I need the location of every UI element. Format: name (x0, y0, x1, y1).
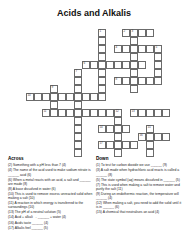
grid-cell[interactable] (122, 77, 130, 85)
grid-gap (90, 125, 98, 133)
grid-gap (114, 69, 122, 77)
grid-cell[interactable] (138, 61, 146, 69)
grid-gap (42, 85, 50, 93)
crossword-grid: 1234567891011121314151617 (26, 29, 170, 157)
grid-gap (130, 117, 138, 125)
grid-gap (26, 45, 34, 53)
grid-gap (26, 109, 34, 117)
grid-cell[interactable] (154, 53, 162, 61)
grid-cell[interactable] (154, 77, 162, 85)
grid-gap (50, 61, 58, 69)
grid-gap (50, 141, 58, 149)
grid-gap (34, 53, 42, 61)
cell-number: 10 (27, 94, 30, 97)
grid-gap (66, 29, 74, 37)
grid-cell[interactable] (162, 133, 170, 141)
clue-item: (2) Something with a pH less than 7 (4) (8, 163, 93, 167)
clue-item: (9) During an endothermic reaction, the … (96, 192, 184, 200)
grid-cell[interactable] (98, 37, 106, 45)
grid-cell[interactable] (74, 101, 82, 109)
grid-cell[interactable]: 15 (146, 125, 154, 133)
grid-cell[interactable]: 17 (98, 141, 106, 149)
grid-gap (26, 133, 34, 141)
grid-gap (26, 101, 34, 109)
cell-number: 5 (155, 46, 157, 49)
grid-gap (58, 53, 66, 61)
grid-gap (162, 61, 170, 69)
grid-gap (90, 133, 98, 141)
grid-gap (162, 77, 170, 85)
grid-gap (58, 101, 66, 109)
grid-gap (26, 29, 34, 37)
grid-cell[interactable]: 10 (26, 93, 34, 101)
grid-gap (66, 85, 74, 93)
grid-gap (58, 77, 66, 85)
grid-gap (82, 125, 90, 133)
clue-item: (10) This is used to remove excess unrea… (8, 192, 93, 200)
grid-gap (154, 101, 162, 109)
grid-gap (106, 133, 114, 141)
grid-gap (34, 77, 42, 85)
grid-gap (42, 101, 50, 109)
grid-cell[interactable] (114, 61, 122, 69)
grid-cell[interactable] (74, 133, 82, 141)
grid-gap (138, 69, 146, 77)
grid-gap (26, 53, 34, 61)
cell-number: 4 (115, 46, 117, 49)
grid-cell[interactable]: 4 (114, 45, 122, 53)
grid-gap (138, 53, 146, 61)
grid-cell[interactable] (98, 69, 106, 77)
grid-cell[interactable] (106, 141, 114, 149)
clue-item: (5) The state symbol (aq) means dissolve… (96, 178, 184, 182)
grid-gap (138, 37, 146, 45)
grid-gap (50, 53, 58, 61)
grid-cell[interactable] (98, 45, 106, 53)
grid-gap (34, 109, 42, 117)
grid-gap (82, 117, 90, 125)
grid-gap (90, 77, 98, 85)
grid-cell[interactable]: 13 (130, 109, 138, 117)
grid-gap (162, 101, 170, 109)
grid-gap (34, 37, 42, 45)
grid-gap (138, 93, 146, 101)
grid-gap (66, 101, 74, 109)
grid-gap (114, 29, 122, 37)
grid-cell[interactable] (130, 69, 138, 77)
grid-gap (98, 101, 106, 109)
grid-gap (130, 101, 138, 109)
grid-gap (162, 69, 170, 77)
grid-gap (26, 69, 34, 77)
clue-item: (14) Acid + alkali → ______ + water (4) (8, 215, 93, 219)
grid-gap (26, 117, 34, 125)
grid-gap (82, 37, 90, 45)
clue-item: (17) Alkalis feel ______ (5) (8, 226, 93, 230)
grid-gap (42, 77, 50, 85)
grid-cell[interactable] (130, 61, 138, 69)
cell-number: 3 (131, 30, 133, 33)
grid-cell[interactable] (162, 109, 170, 117)
grid-cell[interactable] (138, 109, 146, 117)
grid-cell[interactable] (98, 109, 106, 117)
grid-gap (58, 45, 66, 53)
grid-gap (42, 141, 50, 149)
grid-gap (162, 93, 170, 101)
grid-gap (98, 133, 106, 141)
grid-gap (114, 101, 122, 109)
grid-cell[interactable] (130, 77, 138, 85)
grid-gap (154, 93, 162, 101)
grid-cell[interactable] (106, 125, 114, 133)
grid-cell[interactable] (138, 29, 146, 37)
grid-gap (50, 133, 58, 141)
grid-gap (114, 53, 122, 61)
grid-cell[interactable] (146, 29, 154, 37)
grid-gap (162, 37, 170, 45)
across-clues-section: Across (2) Something with a pH less than… (8, 156, 93, 231)
grid-cell[interactable] (90, 93, 98, 101)
grid-gap (138, 85, 146, 93)
grid-gap (82, 133, 90, 141)
grid-gap (106, 85, 114, 93)
grid-gap (42, 61, 50, 69)
grid-gap (26, 77, 34, 85)
grid-gap (42, 29, 50, 37)
grid-gap (50, 45, 58, 53)
grid-gap (106, 45, 114, 53)
grid-gap (34, 141, 42, 149)
grid-cell[interactable] (58, 93, 66, 101)
grid-cell[interactable] (90, 109, 98, 117)
grid-gap (34, 45, 42, 53)
grid-gap (154, 85, 162, 93)
grid-gap (26, 141, 34, 149)
grid-gap (50, 69, 58, 77)
grid-cell[interactable]: 11 (42, 109, 50, 117)
grid-gap (106, 77, 114, 85)
grid-gap (82, 85, 90, 93)
cell-number: 9 (51, 86, 53, 89)
grid-gap (106, 69, 114, 77)
grid-gap (106, 117, 114, 125)
grid-gap (58, 85, 66, 93)
grid-gap (162, 53, 170, 61)
grid-gap (82, 45, 90, 53)
grid-gap (50, 125, 58, 133)
grid-cell[interactable] (74, 85, 82, 93)
grid-gap (50, 29, 58, 37)
grid-cell[interactable] (50, 93, 58, 101)
grid-cell[interactable] (130, 141, 138, 149)
grid-cell[interactable] (130, 53, 138, 61)
grid-gap (146, 61, 154, 69)
grid-gap (66, 133, 74, 141)
grid-gap (122, 69, 130, 77)
grid-gap (130, 133, 138, 141)
clue-item: (13) The pH of a neutral solution (5) (8, 210, 93, 214)
cell-number: 11 (43, 110, 46, 113)
grid-gap (154, 37, 162, 45)
grid-gap (26, 37, 34, 45)
grid-cell[interactable]: 16 (138, 133, 146, 141)
cell-number: 7 (75, 70, 77, 73)
grid-cell[interactable]: 1 (98, 29, 106, 37)
clue-item: (16) Acids taste ______ (4) (8, 221, 93, 225)
grid-cell[interactable] (146, 109, 154, 117)
grid-gap (162, 85, 170, 93)
grid-cell[interactable] (146, 141, 154, 149)
grid-gap (90, 101, 98, 109)
grid-gap (82, 101, 90, 109)
grid-cell[interactable] (114, 133, 122, 141)
grid-cell[interactable] (74, 141, 82, 149)
grid-gap (58, 29, 66, 37)
grid-gap (162, 29, 170, 37)
grid-gap (34, 125, 42, 133)
grid-gap (90, 141, 98, 149)
grid-cell[interactable] (98, 85, 106, 93)
grid-gap (42, 53, 50, 61)
grid-cell[interactable] (66, 109, 74, 117)
grid-gap (58, 117, 66, 125)
grid-cell[interactable] (154, 133, 162, 141)
clue-item: (4) The name of the acid used to make so… (8, 168, 93, 176)
clue-item: (3) A salt made when hydrochloric acid r… (96, 168, 184, 176)
grid-cell[interactable] (138, 45, 146, 53)
grid-gap (122, 117, 130, 125)
grid-gap (74, 61, 82, 69)
grid-cell[interactable]: 12 (114, 109, 122, 117)
grid-gap (34, 69, 42, 77)
grid-gap (42, 117, 50, 125)
grid-cell[interactable] (106, 61, 114, 69)
grid-gap (106, 101, 114, 109)
grid-cell[interactable] (50, 109, 58, 117)
page-title: Acids and Alkalis (0, 8, 188, 18)
grid-gap (138, 125, 146, 133)
grid-gap (146, 101, 154, 109)
grid-gap (122, 133, 130, 141)
clue-item: (7) This is used when making a salt to r… (96, 183, 184, 191)
grid-gap (82, 141, 90, 149)
clue-item: (1) To test for carbon dioxide we use __… (96, 163, 184, 167)
grid-cell[interactable] (154, 109, 162, 117)
grid-gap (90, 69, 98, 77)
down-clues-section: Down (1) To test for carbon dioxide we u… (96, 156, 184, 215)
grid-cell[interactable] (74, 93, 82, 101)
across-clue-list: (2) Something with a pH less than 7 (4)(… (8, 163, 93, 229)
grid-gap (146, 93, 154, 101)
grid-gap (74, 29, 82, 37)
grid-gap (82, 69, 90, 77)
grid-cell[interactable] (138, 77, 146, 85)
grid-gap (26, 85, 34, 93)
grid-cell[interactable] (146, 133, 154, 141)
grid-gap (106, 93, 114, 101)
grid-gap (122, 53, 130, 61)
cell-number: 12 (115, 110, 118, 113)
grid-gap (106, 29, 114, 37)
grid-gap (162, 117, 170, 125)
grid-gap (34, 85, 42, 93)
grid-gap (66, 117, 74, 125)
grid-gap (162, 45, 170, 53)
grid-gap (90, 117, 98, 125)
grid-gap (42, 69, 50, 77)
grid-cell[interactable]: 5 (154, 45, 162, 53)
cell-number: 16 (139, 134, 142, 137)
crossword-page: Acids and Alkalis 1234567891011121314151… (0, 0, 188, 243)
grid-gap (58, 37, 66, 45)
clue-item: (15) A chemical that neutralises an acid… (96, 210, 184, 214)
grid-cell[interactable] (42, 93, 50, 101)
grid-cell[interactable] (34, 93, 42, 101)
grid-gap (66, 125, 74, 133)
cell-number: 17 (99, 142, 102, 145)
grid-gap (34, 133, 42, 141)
grid-gap (90, 85, 98, 93)
grid-gap (50, 77, 58, 85)
grid-cell[interactable] (146, 77, 154, 85)
grid-gap (146, 69, 154, 77)
grid-cell[interactable] (114, 125, 122, 133)
grid-gap (122, 85, 130, 93)
grid-gap (82, 53, 90, 61)
grid-gap (66, 77, 74, 85)
grid-gap (58, 133, 66, 141)
grid-cell[interactable] (82, 93, 90, 101)
cell-number: 1 (99, 30, 101, 33)
grid-cell[interactable] (98, 61, 106, 69)
grid-gap (66, 69, 74, 77)
grid-gap (122, 109, 130, 117)
grid-cell[interactable]: 14 (98, 125, 106, 133)
grid-cell[interactable] (106, 109, 114, 117)
grid-cell[interactable]: 6 (82, 61, 90, 69)
grid-gap (90, 37, 98, 45)
cell-number: 6 (83, 62, 85, 65)
grid-gap (66, 37, 74, 45)
grid-gap (66, 141, 74, 149)
grid-gap (66, 53, 74, 61)
grid-gap (154, 125, 162, 133)
grid-cell[interactable]: 9 (50, 85, 58, 93)
grid-gap (82, 77, 90, 85)
grid-cell[interactable] (122, 61, 130, 69)
grid-gap (42, 125, 50, 133)
grid-gap (114, 93, 122, 101)
cell-number: 13 (131, 110, 134, 113)
grid-gap (90, 53, 98, 61)
grid-gap (90, 29, 98, 37)
grid-gap (58, 69, 66, 77)
grid-gap (130, 125, 138, 133)
grid-gap (138, 117, 146, 125)
clue-item: (6) When a metal reacts with an acid, a … (8, 178, 93, 186)
grid-cell[interactable] (98, 93, 106, 101)
grid-gap (130, 93, 138, 101)
grid-cell[interactable]: 8 (114, 77, 122, 85)
down-header: Down (96, 156, 184, 162)
grid-gap (58, 141, 66, 149)
clue-item: (11) A reaction in which energy is trans… (8, 201, 93, 209)
grid-cell[interactable] (50, 101, 58, 109)
cell-number: 8 (115, 78, 117, 81)
grid-cell[interactable] (122, 141, 130, 149)
grid-cell[interactable] (74, 77, 82, 85)
grid-gap (74, 37, 82, 45)
grid-gap (98, 117, 106, 125)
grid-cell[interactable] (74, 125, 82, 133)
grid-gap (74, 53, 82, 61)
across-header: Across (8, 156, 93, 162)
grid-gap (58, 125, 66, 133)
grid-cell[interactable] (122, 45, 130, 53)
grid-gap (106, 37, 114, 45)
grid-cell[interactable] (82, 109, 90, 117)
grid-cell[interactable] (154, 61, 162, 69)
grid-gap (90, 45, 98, 53)
clue-item: (12) When making a salt, you need to add… (96, 201, 184, 209)
grid-cell[interactable] (90, 61, 98, 69)
grid-cell[interactable] (146, 45, 154, 53)
grid-cell[interactable] (154, 69, 162, 77)
grid-cell[interactable] (114, 141, 122, 149)
grid-cell[interactable]: 3 (130, 29, 138, 37)
grid-cell[interactable] (74, 109, 82, 117)
grid-gap (122, 93, 130, 101)
grid-cell[interactable] (74, 117, 82, 125)
grid-gap (154, 141, 162, 149)
grid-gap (162, 141, 170, 149)
grid-gap (162, 125, 170, 133)
grid-cell[interactable] (98, 77, 106, 85)
grid-cell[interactable]: 2 (122, 29, 130, 37)
grid-cell[interactable] (66, 93, 74, 101)
grid-gap (146, 37, 154, 45)
grid-gap (66, 61, 74, 69)
grid-gap (146, 85, 154, 93)
cell-number: 15 (147, 126, 150, 129)
grid-gap (26, 125, 34, 133)
grid-gap (154, 29, 162, 37)
grid-cell[interactable] (130, 85, 138, 93)
grid-cell[interactable] (58, 109, 66, 117)
cell-number: 14 (99, 126, 102, 129)
grid-gap (146, 117, 154, 125)
grid-gap (138, 101, 146, 109)
clue-item: (8) A base dissolved in water (6) (8, 187, 93, 191)
grid-gap (122, 37, 130, 45)
grid-gap (154, 117, 162, 125)
grid-gap (82, 29, 90, 37)
grid-cell[interactable] (130, 37, 138, 45)
grid-gap (34, 61, 42, 69)
grid-cell[interactable]: 7 (74, 69, 82, 77)
grid-gap (114, 37, 122, 45)
grid-cell[interactable] (130, 45, 138, 53)
grid-gap (74, 45, 82, 53)
grid-gap (122, 101, 130, 109)
grid-gap (66, 45, 74, 53)
grid-gap (34, 29, 42, 37)
grid-gap (42, 45, 50, 53)
grid-cell[interactable] (98, 53, 106, 61)
grid-gap (26, 61, 34, 69)
grid-cell[interactable] (122, 125, 130, 133)
grid-cell[interactable] (114, 117, 122, 125)
